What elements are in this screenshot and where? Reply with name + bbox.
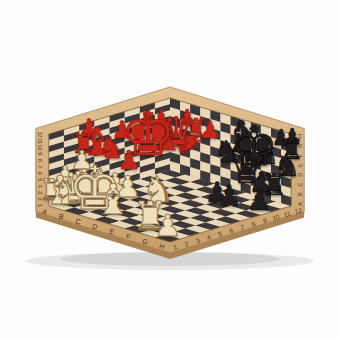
three-player-chess-product-photo: ABCDEFGH123456789101112ABCDEFGH123456789… <box>0 0 340 340</box>
file-right-edge-label-B: B <box>297 192 303 196</box>
file-right-edge-label-A: A <box>297 202 303 206</box>
rank-upper-left-label-5: 5 <box>37 178 43 181</box>
file-right-edge-label-G: G <box>297 144 303 148</box>
file-right-edge-label-H: H <box>297 134 303 138</box>
rank-upper-left-label-4: 4 <box>37 185 43 188</box>
rank-upper-left-label-8: 8 <box>37 159 43 162</box>
rank-upper-left-label-10: 10 <box>37 144 43 150</box>
rank-upper-left-label-3: 3 <box>37 191 43 194</box>
rank-upper-left-label-9: 9 <box>37 152 43 155</box>
file-right-edge-label-E: E <box>297 163 303 167</box>
rank-upper-left-label-11: 11 <box>37 138 43 144</box>
rank-upper-left-label-7: 7 <box>37 165 43 168</box>
hexagonal-chessboard: ABCDEFGH123456789101112ABCDEFGH123456789… <box>0 0 340 340</box>
rank-upper-left-label-1: 1 <box>37 204 43 207</box>
file-right-edge-label-D: D <box>297 173 303 177</box>
file-right-edge-label-C: C <box>297 182 303 186</box>
rank-upper-left-label-6: 6 <box>37 172 43 175</box>
rank-upper-left-label-2: 2 <box>37 197 43 200</box>
rank-upper-left-label-12: 12 <box>37 131 43 137</box>
